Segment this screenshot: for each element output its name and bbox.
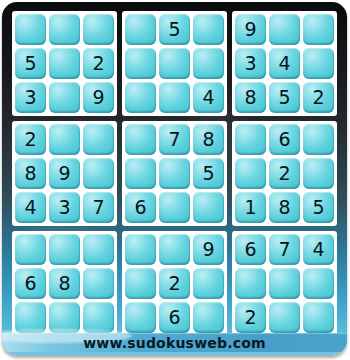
cell-r7c8: 7	[269, 234, 300, 265]
cell-r2c7: 3	[235, 48, 266, 79]
cell-r7c2[interactable]	[49, 234, 80, 265]
cell-r7c3[interactable]	[83, 234, 114, 265]
cell-r4c1: 2	[15, 124, 46, 155]
cell-r3c7: 8	[235, 82, 266, 113]
cell-r5c9[interactable]	[303, 158, 334, 189]
cell-r9c4[interactable]	[125, 302, 156, 333]
cell-r2c8: 4	[269, 48, 300, 79]
cell-r3c9: 2	[303, 82, 334, 113]
cell-r5c4[interactable]	[125, 158, 156, 189]
cell-r9c1[interactable]	[15, 302, 46, 333]
cell-r3c6: 4	[193, 82, 224, 113]
cell-r8c6[interactable]	[193, 268, 224, 299]
cell-r8c5: 2	[159, 268, 190, 299]
cell-r2c3: 2	[83, 48, 114, 79]
cell-r6c7: 1	[235, 192, 266, 223]
cell-r9c2[interactable]	[49, 302, 80, 333]
cell-r9c9[interactable]	[303, 302, 334, 333]
cell-r8c1: 6	[15, 268, 46, 299]
cell-r8c9[interactable]	[303, 268, 334, 299]
cell-r3c5[interactable]	[159, 82, 190, 113]
cell-r6c1: 4	[15, 192, 46, 223]
page: 523954934852289437785662185689266742 www…	[0, 0, 350, 360]
box-1-3: 934852	[232, 11, 337, 116]
box-2-3: 62185	[232, 121, 337, 226]
cell-r8c2: 8	[49, 268, 80, 299]
cell-r8c4[interactable]	[125, 268, 156, 299]
sudoku-frame: 523954934852289437785662185689266742 www…	[2, 2, 347, 355]
cell-r9c8[interactable]	[269, 302, 300, 333]
cell-r4c9[interactable]	[303, 124, 334, 155]
cell-r2c1: 5	[15, 48, 46, 79]
cell-r1c1[interactable]	[15, 14, 46, 45]
cell-r4c6: 8	[193, 124, 224, 155]
cell-r4c5: 7	[159, 124, 190, 155]
cell-r5c5[interactable]	[159, 158, 190, 189]
cell-r4c7[interactable]	[235, 124, 266, 155]
cell-r1c2[interactable]	[49, 14, 80, 45]
cell-r2c2[interactable]	[49, 48, 80, 79]
cell-r7c1[interactable]	[15, 234, 46, 265]
box-3-2: 926	[122, 231, 227, 336]
cell-r7c6: 9	[193, 234, 224, 265]
site-footer: www.sudokusweb.com	[2, 333, 347, 352]
cell-r4c3[interactable]	[83, 124, 114, 155]
box-1-1: 5239	[12, 11, 117, 116]
box-2-1: 289437	[12, 121, 117, 226]
cell-r7c7: 6	[235, 234, 266, 265]
cell-r1c4[interactable]	[125, 14, 156, 45]
box-3-3: 6742	[232, 231, 337, 336]
cell-r9c3[interactable]	[83, 302, 114, 333]
cell-r2c6[interactable]	[193, 48, 224, 79]
site-url[interactable]: www.sudokusweb.com	[83, 335, 266, 351]
cell-r3c8: 5	[269, 82, 300, 113]
cell-r7c5[interactable]	[159, 234, 190, 265]
box-3-1: 68	[12, 231, 117, 336]
box-2-2: 7856	[122, 121, 227, 226]
cell-r8c8[interactable]	[269, 268, 300, 299]
cell-r6c3: 7	[83, 192, 114, 223]
cell-r9c7: 2	[235, 302, 266, 333]
cell-r5c7[interactable]	[235, 158, 266, 189]
cell-r6c2: 3	[49, 192, 80, 223]
cell-r1c5: 5	[159, 14, 190, 45]
cell-r4c2[interactable]	[49, 124, 80, 155]
sudoku-board: 523954934852289437785662185689266742	[12, 11, 338, 336]
cell-r3c3: 9	[83, 82, 114, 113]
cell-r5c8: 2	[269, 158, 300, 189]
cell-r4c8: 6	[269, 124, 300, 155]
cell-r8c3[interactable]	[83, 268, 114, 299]
cell-r2c9[interactable]	[303, 48, 334, 79]
cell-r8c7[interactable]	[235, 268, 266, 299]
cell-r6c5[interactable]	[159, 192, 190, 223]
cell-r5c6: 5	[193, 158, 224, 189]
cell-r1c9[interactable]	[303, 14, 334, 45]
cell-r4c4[interactable]	[125, 124, 156, 155]
cell-r9c6[interactable]	[193, 302, 224, 333]
cell-r2c4[interactable]	[125, 48, 156, 79]
cell-r5c2: 9	[49, 158, 80, 189]
cell-r6c4: 6	[125, 192, 156, 223]
cell-r3c1: 3	[15, 82, 46, 113]
cell-r1c3[interactable]	[83, 14, 114, 45]
cell-r7c4[interactable]	[125, 234, 156, 265]
cell-r1c8[interactable]	[269, 14, 300, 45]
cell-r5c1: 8	[15, 158, 46, 189]
cell-r9c5: 6	[159, 302, 190, 333]
cell-r2c5[interactable]	[159, 48, 190, 79]
cell-r1c6[interactable]	[193, 14, 224, 45]
cell-r6c6[interactable]	[193, 192, 224, 223]
cell-r6c8: 8	[269, 192, 300, 223]
cell-r7c9: 4	[303, 234, 334, 265]
box-1-2: 54	[122, 11, 227, 116]
cell-r5c3[interactable]	[83, 158, 114, 189]
cell-r3c4[interactable]	[125, 82, 156, 113]
cell-r1c7: 9	[235, 14, 266, 45]
cell-r6c9: 5	[303, 192, 334, 223]
cell-r3c2[interactable]	[49, 82, 80, 113]
